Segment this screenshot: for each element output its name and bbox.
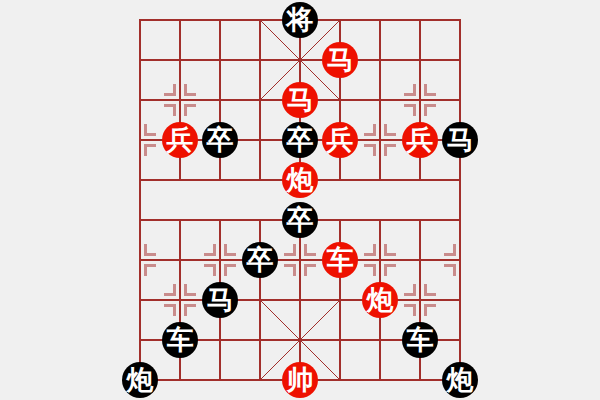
black-cannon[interactable]: 炮 bbox=[442, 362, 478, 398]
black-rook[interactable]: 车 bbox=[402, 322, 438, 358]
black-pawn[interactable]: 卒 bbox=[282, 122, 318, 158]
red-general[interactable]: 帅 bbox=[282, 362, 318, 398]
xiangqi-board: 将马马兵卒卒兵兵马炮卒卒车马炮车车炮帅炮 bbox=[0, 0, 600, 400]
black-horse[interactable]: 马 bbox=[202, 282, 238, 318]
red-pawn[interactable]: 兵 bbox=[322, 122, 358, 158]
black-pawn[interactable]: 卒 bbox=[242, 242, 278, 278]
red-horse[interactable]: 马 bbox=[282, 82, 318, 118]
black-cannon[interactable]: 炮 bbox=[122, 362, 158, 398]
black-general[interactable]: 将 bbox=[282, 2, 318, 38]
red-cannon[interactable]: 炮 bbox=[282, 162, 318, 198]
black-rook[interactable]: 车 bbox=[162, 322, 198, 358]
black-horse[interactable]: 马 bbox=[442, 122, 478, 158]
red-horse[interactable]: 马 bbox=[322, 42, 358, 78]
black-pawn[interactable]: 卒 bbox=[282, 202, 318, 238]
red-cannon[interactable]: 炮 bbox=[362, 282, 398, 318]
red-rook[interactable]: 车 bbox=[322, 242, 358, 278]
red-pawn[interactable]: 兵 bbox=[162, 122, 198, 158]
piece-layer: 将马马兵卒卒兵兵马炮卒卒车马炮车车炮帅炮 bbox=[120, 0, 480, 400]
black-pawn[interactable]: 卒 bbox=[202, 122, 238, 158]
red-pawn[interactable]: 兵 bbox=[402, 122, 438, 158]
